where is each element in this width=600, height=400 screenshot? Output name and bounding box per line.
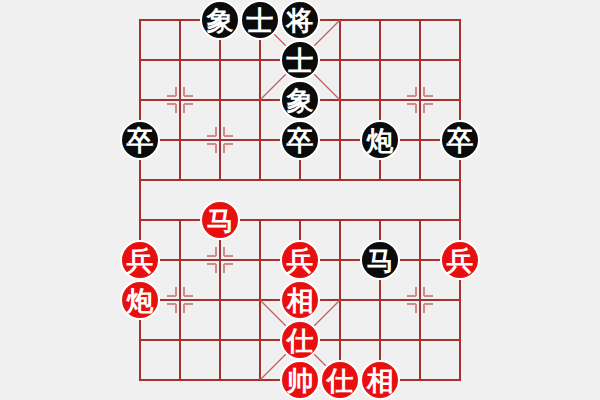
piece-red-elephant[interactable]: 相 xyxy=(360,360,400,400)
piece-black-advisor[interactable]: 士 xyxy=(240,0,280,40)
piece-red-soldier[interactable]: 兵 xyxy=(280,240,320,280)
piece-red-soldier[interactable]: 兵 xyxy=(440,240,480,280)
piece-black-soldier[interactable]: 卒 xyxy=(280,120,320,160)
piece-black-advisor[interactable]: 士 xyxy=(280,40,320,80)
piece-red-soldier[interactable]: 兵 xyxy=(120,240,160,280)
board-grid[interactable]: 象士将士象卒卒炮卒马兵兵马兵炮相仕帅仕相 xyxy=(120,0,480,400)
piece-red-elephant[interactable]: 相 xyxy=(280,280,320,320)
piece-black-general[interactable]: 将 xyxy=(280,0,320,40)
piece-black-soldier[interactable]: 卒 xyxy=(440,120,480,160)
piece-black-horse[interactable]: 马 xyxy=(360,240,400,280)
piece-red-horse[interactable]: 马 xyxy=(200,200,240,240)
xiangqi-board: 象士将士象卒卒炮卒马兵兵马兵炮相仕帅仕相 xyxy=(0,0,600,400)
piece-black-elephant[interactable]: 象 xyxy=(280,80,320,120)
piece-red-cannon[interactable]: 炮 xyxy=(120,280,160,320)
piece-black-elephant[interactable]: 象 xyxy=(200,0,240,40)
piece-red-advisor[interactable]: 仕 xyxy=(280,320,320,360)
piece-black-cannon[interactable]: 炮 xyxy=(360,120,400,160)
piece-red-advisor[interactable]: 仕 xyxy=(320,360,360,400)
piece-black-soldier[interactable]: 卒 xyxy=(120,120,160,160)
piece-red-general[interactable]: 帅 xyxy=(280,360,320,400)
